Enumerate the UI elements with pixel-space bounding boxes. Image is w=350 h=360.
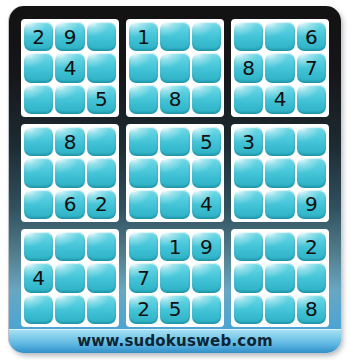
cell-r4c3[interactable]: [87, 127, 116, 156]
cell-r6c1[interactable]: [24, 190, 53, 219]
cell-r1c9[interactable]: 6: [297, 22, 326, 51]
cell-r3c9[interactable]: [297, 85, 326, 114]
cell-r1c3[interactable]: [87, 22, 116, 51]
cell-r7c2[interactable]: [55, 232, 84, 261]
cell-r9c2[interactable]: [55, 295, 84, 324]
box-3-1: 4: [21, 229, 119, 327]
cell-r2c8[interactable]: [265, 53, 294, 82]
cell-r1c1[interactable]: 2: [24, 22, 53, 51]
cell-r5c1[interactable]: [24, 158, 53, 187]
cell-r7c1[interactable]: [24, 232, 53, 261]
cell-r7c5[interactable]: 1: [160, 232, 189, 261]
cell-r3c4[interactable]: [129, 85, 158, 114]
website-url[interactable]: www.sudokusweb.com: [77, 332, 272, 350]
box-1-1: 2945: [21, 19, 119, 117]
cell-r3c1[interactable]: [24, 85, 53, 114]
cell-r9c5[interactable]: 5: [160, 295, 189, 324]
box-1-3: 6874: [231, 19, 329, 117]
cell-r5c3[interactable]: [87, 158, 116, 187]
cell-r9c1[interactable]: [24, 295, 53, 324]
box-3-2: 19725: [126, 229, 224, 327]
cell-r8c5[interactable]: [160, 263, 189, 292]
cell-r1c2[interactable]: 9: [55, 22, 84, 51]
cell-r6c9[interactable]: 9: [297, 190, 326, 219]
cell-r8c1[interactable]: 4: [24, 263, 53, 292]
cell-r8c4[interactable]: 7: [129, 263, 158, 292]
cell-r9c9[interactable]: 8: [297, 295, 326, 324]
cell-r4c5[interactable]: [160, 127, 189, 156]
cell-r1c5[interactable]: [160, 22, 189, 51]
cell-r4c1[interactable]: [24, 127, 53, 156]
cell-r2c3[interactable]: [87, 53, 116, 82]
cell-r3c8[interactable]: 4: [265, 85, 294, 114]
cell-r7c8[interactable]: [265, 232, 294, 261]
cell-r2c2[interactable]: 4: [55, 53, 84, 82]
cell-r8c9[interactable]: [297, 263, 326, 292]
cell-r5c7[interactable]: [234, 158, 263, 187]
cell-r5c9[interactable]: [297, 158, 326, 187]
cell-r9c4[interactable]: 2: [129, 295, 158, 324]
cell-r8c2[interactable]: [55, 263, 84, 292]
cell-r2c5[interactable]: [160, 53, 189, 82]
cell-r4c6[interactable]: 5: [192, 127, 221, 156]
cell-r3c7[interactable]: [234, 85, 263, 114]
cell-r6c5[interactable]: [160, 190, 189, 219]
cell-r6c7[interactable]: [234, 190, 263, 219]
cell-r8c6[interactable]: [192, 263, 221, 292]
box-2-1: 862: [21, 124, 119, 222]
cell-r7c6[interactable]: 9: [192, 232, 221, 261]
cell-r2c6[interactable]: [192, 53, 221, 82]
sudoku-board-frame: 2945186874862543941972528 www.sudokusweb…: [9, 6, 341, 353]
cell-r7c9[interactable]: 2: [297, 232, 326, 261]
cell-r3c6[interactable]: [192, 85, 221, 114]
cell-r7c4[interactable]: [129, 232, 158, 261]
cell-r2c9[interactable]: 7: [297, 53, 326, 82]
cell-r3c5[interactable]: 8: [160, 85, 189, 114]
cell-r4c8[interactable]: [265, 127, 294, 156]
cell-r6c6[interactable]: 4: [192, 190, 221, 219]
cell-r8c7[interactable]: [234, 263, 263, 292]
cell-r6c8[interactable]: [265, 190, 294, 219]
cell-r2c4[interactable]: [129, 53, 158, 82]
cell-r2c7[interactable]: 8: [234, 53, 263, 82]
cell-r1c7[interactable]: [234, 22, 263, 51]
cell-r8c8[interactable]: [265, 263, 294, 292]
cell-r9c8[interactable]: [265, 295, 294, 324]
cell-r5c6[interactable]: [192, 158, 221, 187]
cell-r5c8[interactable]: [265, 158, 294, 187]
cell-r4c2[interactable]: 8: [55, 127, 84, 156]
cell-r1c4[interactable]: 1: [129, 22, 158, 51]
cell-r8c3[interactable]: [87, 263, 116, 292]
cell-r4c9[interactable]: [297, 127, 326, 156]
cell-r4c4[interactable]: [129, 127, 158, 156]
cell-r4c7[interactable]: 3: [234, 127, 263, 156]
box-2-3: 39: [231, 124, 329, 222]
cell-r9c3[interactable]: [87, 295, 116, 324]
cell-r5c4[interactable]: [129, 158, 158, 187]
cell-r5c2[interactable]: [55, 158, 84, 187]
cell-r2c1[interactable]: [24, 53, 53, 82]
cell-r6c2[interactable]: 6: [55, 190, 84, 219]
cell-r3c2[interactable]: [55, 85, 84, 114]
cell-r7c3[interactable]: [87, 232, 116, 261]
cell-r5c5[interactable]: [160, 158, 189, 187]
cell-r7c7[interactable]: [234, 232, 263, 261]
cell-r1c8[interactable]: [265, 22, 294, 51]
box-2-2: 54: [126, 124, 224, 222]
cell-r9c7[interactable]: [234, 295, 263, 324]
cell-r6c3[interactable]: 2: [87, 190, 116, 219]
cell-r9c6[interactable]: [192, 295, 221, 324]
sudoku-board: 2945186874862543941972528: [21, 19, 329, 327]
box-3-3: 28: [231, 229, 329, 327]
footer-bar: www.sudokusweb.com: [9, 329, 341, 353]
cell-r1c6[interactable]: [192, 22, 221, 51]
box-1-2: 18: [126, 19, 224, 117]
cell-r6c4[interactable]: [129, 190, 158, 219]
page: 2945186874862543941972528 www.sudokusweb…: [0, 0, 350, 360]
cell-r3c3[interactable]: 5: [87, 85, 116, 114]
